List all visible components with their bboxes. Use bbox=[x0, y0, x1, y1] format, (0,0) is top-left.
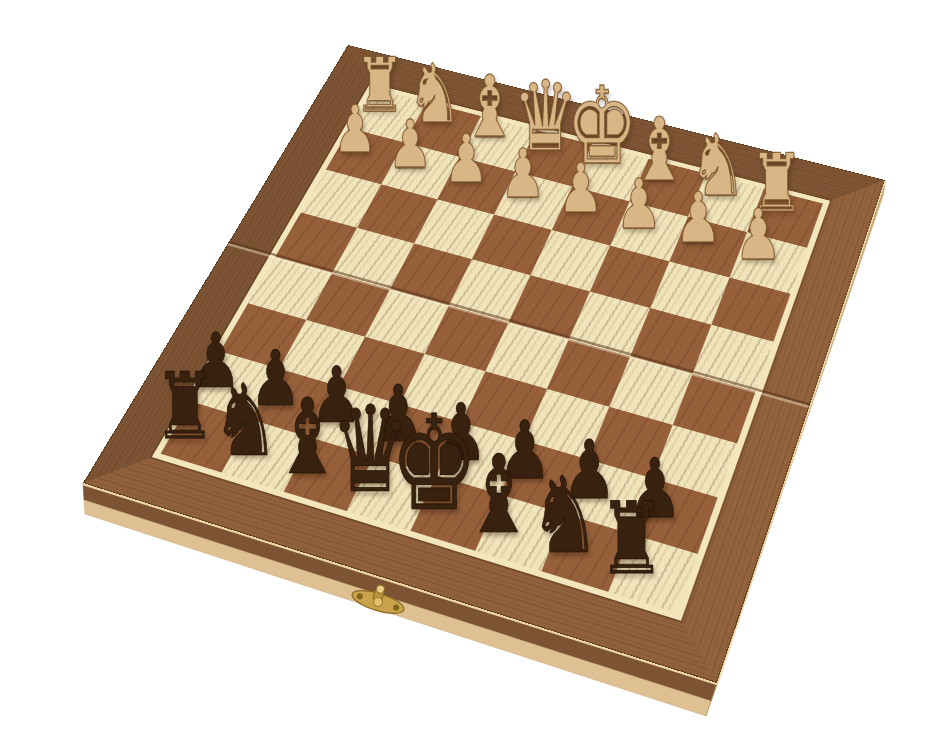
piece-white-pawn-g2[interactable]: ♟ bbox=[675, 184, 722, 254]
piece-white-pawn-b2[interactable]: ♟ bbox=[388, 112, 433, 178]
piece-white-pawn-f2[interactable]: ♟ bbox=[616, 169, 663, 238]
piece-black-rook-a8[interactable]: ♜ bbox=[153, 361, 215, 453]
piece-white-pawn-a2[interactable]: ♟ bbox=[333, 98, 377, 163]
piece-white-pawn-e2[interactable]: ♟ bbox=[557, 155, 603, 223]
piece-white-pawn-h2[interactable]: ♟ bbox=[734, 200, 782, 270]
piece-black-rook-h8[interactable]: ♜ bbox=[598, 489, 666, 589]
piece-black-bishop-f8[interactable]: ♝ bbox=[462, 441, 535, 549]
piece-black-knight-g8[interactable]: ♞ bbox=[529, 463, 601, 569]
chess-set-photo: ♜♞♝♛♚♝♞♜♟♟♟♟♟♟♟♟♟♟♟♟♟♟♟♟♜♞♝♛♚♝♞♜ bbox=[0, 0, 945, 738]
piece-black-knight-b8[interactable]: ♞ bbox=[212, 372, 280, 472]
piece-white-pawn-c2[interactable]: ♟ bbox=[444, 126, 489, 193]
piece-white-pawn-d2[interactable]: ♟ bbox=[500, 140, 546, 208]
